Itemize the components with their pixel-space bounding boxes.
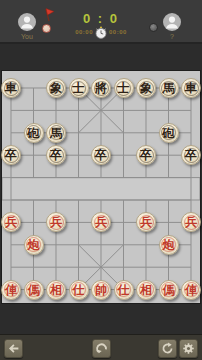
xiangqi-piece-red-r9c8[interactable]: 俥 (181, 280, 201, 300)
xiangqi-piece-red-r9c7[interactable]: 傌 (159, 280, 179, 300)
xiangqi-piece-black-r2c7[interactable]: 砲 (159, 123, 179, 143)
xiangqi-piece-red-r7c7[interactable]: 炮 (159, 235, 179, 255)
score-left: 0 (83, 11, 92, 26)
xiangqi-piece-black-r0c0[interactable]: 車 (1, 78, 21, 98)
person-icon (163, 13, 181, 31)
restart-button[interactable] (158, 339, 177, 358)
xiangqi-piece-red-r9c1[interactable]: 傌 (24, 280, 44, 300)
score-right: 0 (110, 11, 119, 26)
right-player-avatar[interactable] (163, 13, 181, 31)
undo-button[interactable] (92, 339, 111, 358)
xiangqi-piece-red-r9c2[interactable]: 相 (46, 280, 66, 300)
right-player-name: ? (152, 33, 192, 40)
header-bar: You 0 : 0 00:00 00:00 (0, 0, 202, 44)
settings-button[interactable] (179, 339, 198, 358)
right-timer: 00:00 (109, 29, 127, 35)
person-icon (18, 13, 36, 31)
score-display: 0 : 0 (61, 11, 141, 26)
xiangqi-piece-red-r7c1[interactable]: 炮 (24, 235, 44, 255)
back-button[interactable] (4, 339, 23, 358)
restart-icon (161, 342, 174, 355)
xiangqi-piece-red-r9c6[interactable]: 相 (136, 280, 156, 300)
clock-icon (95, 26, 107, 39)
xiangqi-piece-black-r0c6[interactable]: 象 (136, 78, 156, 98)
score-colon: : (98, 11, 104, 26)
right-player-side-badge (149, 23, 158, 32)
xiangqi-piece-black-r0c3[interactable]: 士 (69, 78, 89, 98)
xiangqi-piece-black-r0c7[interactable]: 馬 (159, 78, 179, 98)
xiangqi-piece-black-r0c5[interactable]: 士 (114, 78, 134, 98)
xiangqi-piece-red-r9c3[interactable]: 仕 (69, 280, 89, 300)
red-flag-icon (42, 7, 55, 22)
xiangqi-piece-red-r9c5[interactable]: 仕 (114, 280, 134, 300)
board-grid (2, 71, 200, 303)
xiangqi-piece-black-r2c1[interactable]: 砲 (24, 123, 44, 143)
xiangqi-piece-red-r9c0[interactable]: 俥 (1, 280, 21, 300)
left-player-name: You (7, 33, 47, 40)
left-timer: 00:00 (75, 29, 93, 35)
back-arrow-icon (7, 342, 20, 355)
timers-row: 00:00 00:00 (61, 26, 141, 38)
xiangqi-board[interactable]: 車象士將士象馬車砲馬砲卒卒卒卒卒兵兵兵兵兵炮炮俥傌相仕帥仕相傌俥 (2, 71, 200, 303)
xiangqi-piece-black-r2c2[interactable]: 馬 (46, 123, 66, 143)
xiangqi-piece-red-r9c4[interactable]: 帥 (91, 280, 111, 300)
left-player-avatar[interactable] (18, 13, 36, 31)
xiangqi-app: You 0 : 0 00:00 00:00 (0, 0, 202, 360)
xiangqi-piece-black-r0c4[interactable]: 將 (91, 78, 111, 98)
xiangqi-piece-black-r0c2[interactable]: 象 (46, 78, 66, 98)
xiangqi-piece-black-r0c8[interactable]: 車 (181, 78, 201, 98)
bottom-toolbar (0, 334, 202, 360)
gear-icon (182, 342, 195, 355)
left-player-side-badge (42, 24, 51, 33)
undo-icon (95, 342, 108, 355)
